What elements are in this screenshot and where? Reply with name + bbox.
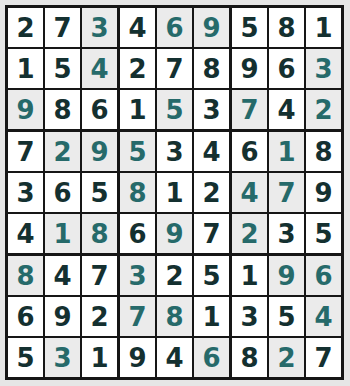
cell-r4c7[interactable]: 6: [232, 132, 267, 171]
cell-r1c4[interactable]: 4: [120, 8, 155, 47]
cell-r4c4[interactable]: 5: [120, 132, 155, 171]
cell-r3c7[interactable]: 7: [232, 90, 267, 129]
cell-r9c7[interactable]: 8: [232, 338, 267, 377]
cell-r2c3[interactable]: 4: [82, 49, 117, 88]
cell-r5c7[interactable]: 4: [232, 173, 267, 212]
cell-r4c2[interactable]: 2: [45, 132, 80, 171]
cell-r7c1[interactable]: 8: [8, 256, 43, 295]
cell-r7c4[interactable]: 3: [120, 256, 155, 295]
cell-r6c1[interactable]: 4: [8, 214, 43, 253]
sudoku-box-6: 618479235: [232, 132, 341, 253]
cell-r5c9[interactable]: 9: [306, 173, 341, 212]
sudoku-box-1: 273154986: [8, 8, 117, 129]
cell-r1c9[interactable]: 1: [306, 8, 341, 47]
cell-r6c3[interactable]: 8: [82, 214, 117, 253]
sudoku-box-8: 325781946: [120, 256, 229, 377]
cell-r8c4[interactable]: 7: [120, 297, 155, 336]
cell-r2c9[interactable]: 3: [306, 49, 341, 88]
cell-r3c4[interactable]: 1: [120, 90, 155, 129]
cell-r6c2[interactable]: 1: [45, 214, 80, 253]
cell-r2c4[interactable]: 2: [120, 49, 155, 88]
cell-r5c1[interactable]: 3: [8, 173, 43, 212]
cell-r4c9[interactable]: 8: [306, 132, 341, 171]
sudoku-box-4: 729365418: [8, 132, 117, 253]
cell-r6c7[interactable]: 2: [232, 214, 267, 253]
cell-r8c5[interactable]: 8: [157, 297, 192, 336]
cell-r6c5[interactable]: 9: [157, 214, 192, 253]
cell-r7c8[interactable]: 9: [269, 256, 304, 295]
cell-r7c9[interactable]: 6: [306, 256, 341, 295]
cell-r8c7[interactable]: 3: [232, 297, 267, 336]
cell-r4c1[interactable]: 7: [8, 132, 43, 171]
cell-r2c2[interactable]: 5: [45, 49, 80, 88]
cell-r5c8[interactable]: 7: [269, 173, 304, 212]
sudoku-box-3: 581963742: [232, 8, 341, 129]
cell-r9c5[interactable]: 4: [157, 338, 192, 377]
cell-r6c8[interactable]: 3: [269, 214, 304, 253]
sudoku-box-5: 534812697: [120, 132, 229, 253]
cell-r2c6[interactable]: 8: [194, 49, 229, 88]
cell-r8c8[interactable]: 5: [269, 297, 304, 336]
cell-r9c9[interactable]: 7: [306, 338, 341, 377]
cell-r7c2[interactable]: 4: [45, 256, 80, 295]
cell-r7c7[interactable]: 1: [232, 256, 267, 295]
cell-r5c5[interactable]: 1: [157, 173, 192, 212]
cell-r2c1[interactable]: 1: [8, 49, 43, 88]
cell-r2c7[interactable]: 9: [232, 49, 267, 88]
cell-r9c8[interactable]: 2: [269, 338, 304, 377]
cell-r2c5[interactable]: 7: [157, 49, 192, 88]
cell-r7c6[interactable]: 5: [194, 256, 229, 295]
cell-r1c8[interactable]: 8: [269, 8, 304, 47]
cell-r4c5[interactable]: 3: [157, 132, 192, 171]
cell-r1c7[interactable]: 5: [232, 8, 267, 47]
sudoku-box-7: 847692531: [8, 256, 117, 377]
cell-r9c4[interactable]: 9: [120, 338, 155, 377]
cell-r8c3[interactable]: 2: [82, 297, 117, 336]
cell-r4c8[interactable]: 1: [269, 132, 304, 171]
cell-r9c2[interactable]: 3: [45, 338, 80, 377]
sudoku-board: 2731549864692781535819637427293654185348…: [5, 5, 344, 380]
sudoku-box-9: 196354827: [232, 256, 341, 377]
cell-r5c3[interactable]: 5: [82, 173, 117, 212]
cell-r3c6[interactable]: 3: [194, 90, 229, 129]
cell-r3c5[interactable]: 5: [157, 90, 192, 129]
cell-r6c9[interactable]: 5: [306, 214, 341, 253]
cell-r3c8[interactable]: 4: [269, 90, 304, 129]
cell-r3c1[interactable]: 9: [8, 90, 43, 129]
cell-r6c4[interactable]: 6: [120, 214, 155, 253]
cell-r1c3[interactable]: 3: [82, 8, 117, 47]
cell-r9c3[interactable]: 1: [82, 338, 117, 377]
cell-r1c2[interactable]: 7: [45, 8, 80, 47]
cell-r5c4[interactable]: 8: [120, 173, 155, 212]
cell-r7c5[interactable]: 2: [157, 256, 192, 295]
cell-r5c6[interactable]: 2: [194, 173, 229, 212]
cell-r3c2[interactable]: 8: [45, 90, 80, 129]
cell-r9c6[interactable]: 6: [194, 338, 229, 377]
sudoku-box-2: 469278153: [120, 8, 229, 129]
cell-r5c2[interactable]: 6: [45, 173, 80, 212]
cell-r2c8[interactable]: 6: [269, 49, 304, 88]
cell-r9c1[interactable]: 5: [8, 338, 43, 377]
cell-r8c6[interactable]: 1: [194, 297, 229, 336]
cell-r8c9[interactable]: 4: [306, 297, 341, 336]
cell-r7c3[interactable]: 7: [82, 256, 117, 295]
cell-r3c9[interactable]: 2: [306, 90, 341, 129]
cell-r1c1[interactable]: 2: [8, 8, 43, 47]
cell-r4c6[interactable]: 4: [194, 132, 229, 171]
cell-r1c6[interactable]: 9: [194, 8, 229, 47]
cell-r1c5[interactable]: 6: [157, 8, 192, 47]
cell-r3c3[interactable]: 6: [82, 90, 117, 129]
cell-r8c1[interactable]: 6: [8, 297, 43, 336]
cell-r6c6[interactable]: 7: [194, 214, 229, 253]
cell-r4c3[interactable]: 9: [82, 132, 117, 171]
cell-r8c2[interactable]: 9: [45, 297, 80, 336]
